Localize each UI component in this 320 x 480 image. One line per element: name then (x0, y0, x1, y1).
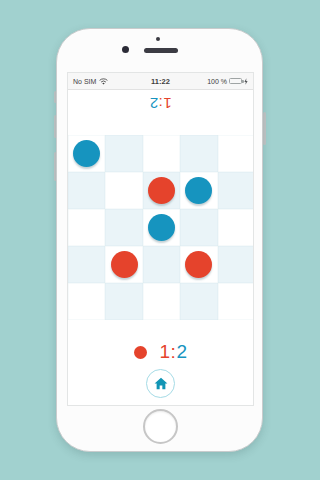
board-cell[interactable] (105, 283, 142, 320)
player-score: 1:2 (160, 341, 188, 363)
board-cell[interactable] (105, 246, 142, 283)
red-piece[interactable] (148, 177, 175, 204)
red-piece[interactable] (185, 251, 212, 278)
board-cell[interactable] (218, 209, 254, 246)
board-cell[interactable] (180, 172, 217, 209)
board-cell[interactable] (143, 209, 180, 246)
home-icon (154, 377, 168, 390)
board-cell[interactable] (105, 209, 142, 246)
board-cell[interactable] (68, 135, 105, 172)
blue-piece[interactable] (185, 177, 212, 204)
turn-indicator-dot (134, 346, 147, 359)
turn-and-score-row: 1:2 (68, 341, 253, 363)
red-piece[interactable] (111, 251, 138, 278)
board-cell[interactable] (180, 246, 217, 283)
earpiece-speaker (144, 48, 178, 53)
board-cell[interactable] (68, 209, 105, 246)
board-cell[interactable] (68, 246, 105, 283)
blue-score: 2 (149, 95, 158, 112)
charging-bolt-icon (244, 78, 248, 85)
board-cell[interactable] (218, 246, 254, 283)
board-cell[interactable] (143, 246, 180, 283)
board-cell[interactable] (180, 135, 217, 172)
blue-score: 2 (176, 341, 187, 362)
board-cell[interactable] (143, 135, 180, 172)
board-cell[interactable] (180, 209, 217, 246)
board-cell[interactable] (218, 172, 254, 209)
home-button[interactable] (146, 369, 175, 398)
red-score: 1 (163, 95, 172, 112)
board-cell[interactable] (218, 283, 254, 320)
battery-percent-label: 100 % (207, 78, 227, 85)
blue-piece[interactable] (73, 140, 100, 167)
proximity-sensor-dot (156, 37, 160, 41)
board (68, 135, 254, 320)
carrier-label: No SIM (73, 78, 96, 85)
status-bar: No SIM 11:22 100 % (68, 73, 253, 90)
board-cell[interactable] (218, 135, 254, 172)
board-cell[interactable] (68, 172, 105, 209)
board-cell[interactable] (143, 172, 180, 209)
battery-icon (229, 78, 242, 85)
board-cell[interactable] (180, 283, 217, 320)
red-score: 1 (160, 341, 171, 362)
opponent-score-rotated: 1:2 (68, 92, 253, 114)
board-cell[interactable] (105, 172, 142, 209)
app-screen: No SIM 11:22 100 % (67, 72, 254, 406)
front-camera-icon (122, 46, 129, 53)
blue-piece[interactable] (148, 214, 175, 241)
phone-home-button[interactable] (143, 409, 178, 444)
board-cell[interactable] (143, 283, 180, 320)
page-background: No SIM 11:22 100 % (0, 0, 320, 480)
iphone-mockup: No SIM 11:22 100 % (56, 28, 263, 452)
wifi-icon (99, 78, 108, 85)
board-cell[interactable] (105, 135, 142, 172)
board-cell[interactable] (68, 283, 105, 320)
score-separator: : (158, 95, 163, 112)
